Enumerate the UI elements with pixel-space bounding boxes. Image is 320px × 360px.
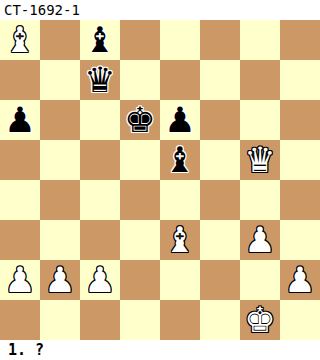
square-a1[interactable] — [0, 300, 40, 340]
square-b5[interactable] — [40, 140, 80, 180]
chess-diagram-window: CT-1692-1 ♝♝♛♟♚♟♝♛♝♟♟♟♟♟♚ 1. ? — [0, 0, 320, 360]
black-pawn: ♟ — [4, 103, 35, 138]
square-e6[interactable]: ♟ — [160, 100, 200, 140]
square-d6[interactable]: ♚ — [120, 100, 160, 140]
square-a8[interactable]: ♝ — [0, 20, 40, 60]
square-f1[interactable] — [200, 300, 240, 340]
square-e8[interactable] — [160, 20, 200, 60]
square-g4[interactable] — [240, 180, 280, 220]
square-b2[interactable]: ♟ — [40, 260, 80, 300]
square-c7[interactable]: ♛ — [80, 60, 120, 100]
square-h1[interactable] — [280, 300, 320, 340]
square-g8[interactable] — [240, 20, 280, 60]
square-c3[interactable] — [80, 220, 120, 260]
square-c4[interactable] — [80, 180, 120, 220]
square-c2[interactable]: ♟ — [80, 260, 120, 300]
white-king: ♚ — [244, 303, 275, 338]
square-b4[interactable] — [40, 180, 80, 220]
square-c5[interactable] — [80, 140, 120, 180]
white-pawn: ♟ — [4, 263, 35, 298]
square-d5[interactable] — [120, 140, 160, 180]
square-f4[interactable] — [200, 180, 240, 220]
square-h6[interactable] — [280, 100, 320, 140]
square-a5[interactable] — [0, 140, 40, 180]
white-pawn: ♟ — [284, 263, 315, 298]
square-f3[interactable] — [200, 220, 240, 260]
square-e5[interactable]: ♝ — [160, 140, 200, 180]
black-pawn: ♟ — [164, 103, 195, 138]
square-a7[interactable] — [0, 60, 40, 100]
square-f2[interactable] — [200, 260, 240, 300]
square-f8[interactable] — [200, 20, 240, 60]
square-g5[interactable]: ♛ — [240, 140, 280, 180]
square-g1[interactable]: ♚ — [240, 300, 280, 340]
square-h4[interactable] — [280, 180, 320, 220]
square-g3[interactable]: ♟ — [240, 220, 280, 260]
square-b1[interactable] — [40, 300, 80, 340]
square-c6[interactable] — [80, 100, 120, 140]
square-f6[interactable] — [200, 100, 240, 140]
status-bar: 1. ? — [0, 340, 320, 360]
square-g2[interactable] — [240, 260, 280, 300]
white-bishop: ♝ — [164, 223, 195, 258]
black-king: ♚ — [124, 103, 155, 138]
square-d7[interactable] — [120, 60, 160, 100]
square-e7[interactable] — [160, 60, 200, 100]
white-pawn: ♟ — [84, 263, 115, 298]
square-h3[interactable] — [280, 220, 320, 260]
square-d2[interactable] — [120, 260, 160, 300]
square-a2[interactable]: ♟ — [0, 260, 40, 300]
white-bishop: ♝ — [4, 23, 35, 58]
square-c1[interactable] — [80, 300, 120, 340]
white-pawn: ♟ — [244, 223, 275, 258]
square-e4[interactable] — [160, 180, 200, 220]
square-d4[interactable] — [120, 180, 160, 220]
move-prompt-label: 1. ? — [8, 341, 44, 359]
square-h7[interactable] — [280, 60, 320, 100]
square-f5[interactable] — [200, 140, 240, 180]
square-b7[interactable] — [40, 60, 80, 100]
square-b6[interactable] — [40, 100, 80, 140]
square-d3[interactable] — [120, 220, 160, 260]
square-e2[interactable] — [160, 260, 200, 300]
square-g7[interactable] — [240, 60, 280, 100]
title-bar: CT-1692-1 — [0, 0, 320, 20]
square-d1[interactable] — [120, 300, 160, 340]
white-queen: ♛ — [244, 143, 275, 178]
square-e1[interactable] — [160, 300, 200, 340]
square-d8[interactable] — [120, 20, 160, 60]
chess-board: ♝♝♛♟♚♟♝♛♝♟♟♟♟♟♚ — [0, 20, 320, 340]
white-pawn: ♟ — [44, 263, 75, 298]
square-h5[interactable] — [280, 140, 320, 180]
square-e3[interactable]: ♝ — [160, 220, 200, 260]
square-a3[interactable] — [0, 220, 40, 260]
square-c8[interactable]: ♝ — [80, 20, 120, 60]
square-h8[interactable] — [280, 20, 320, 60]
square-a6[interactable]: ♟ — [0, 100, 40, 140]
problem-id-label: CT-1692-1 — [4, 2, 80, 18]
square-a4[interactable] — [0, 180, 40, 220]
square-b8[interactable] — [40, 20, 80, 60]
black-bishop: ♝ — [164, 143, 195, 178]
square-f7[interactable] — [200, 60, 240, 100]
square-g6[interactable] — [240, 100, 280, 140]
black-bishop: ♝ — [84, 23, 115, 58]
black-queen: ♛ — [84, 63, 115, 98]
square-b3[interactable] — [40, 220, 80, 260]
square-h2[interactable]: ♟ — [280, 260, 320, 300]
